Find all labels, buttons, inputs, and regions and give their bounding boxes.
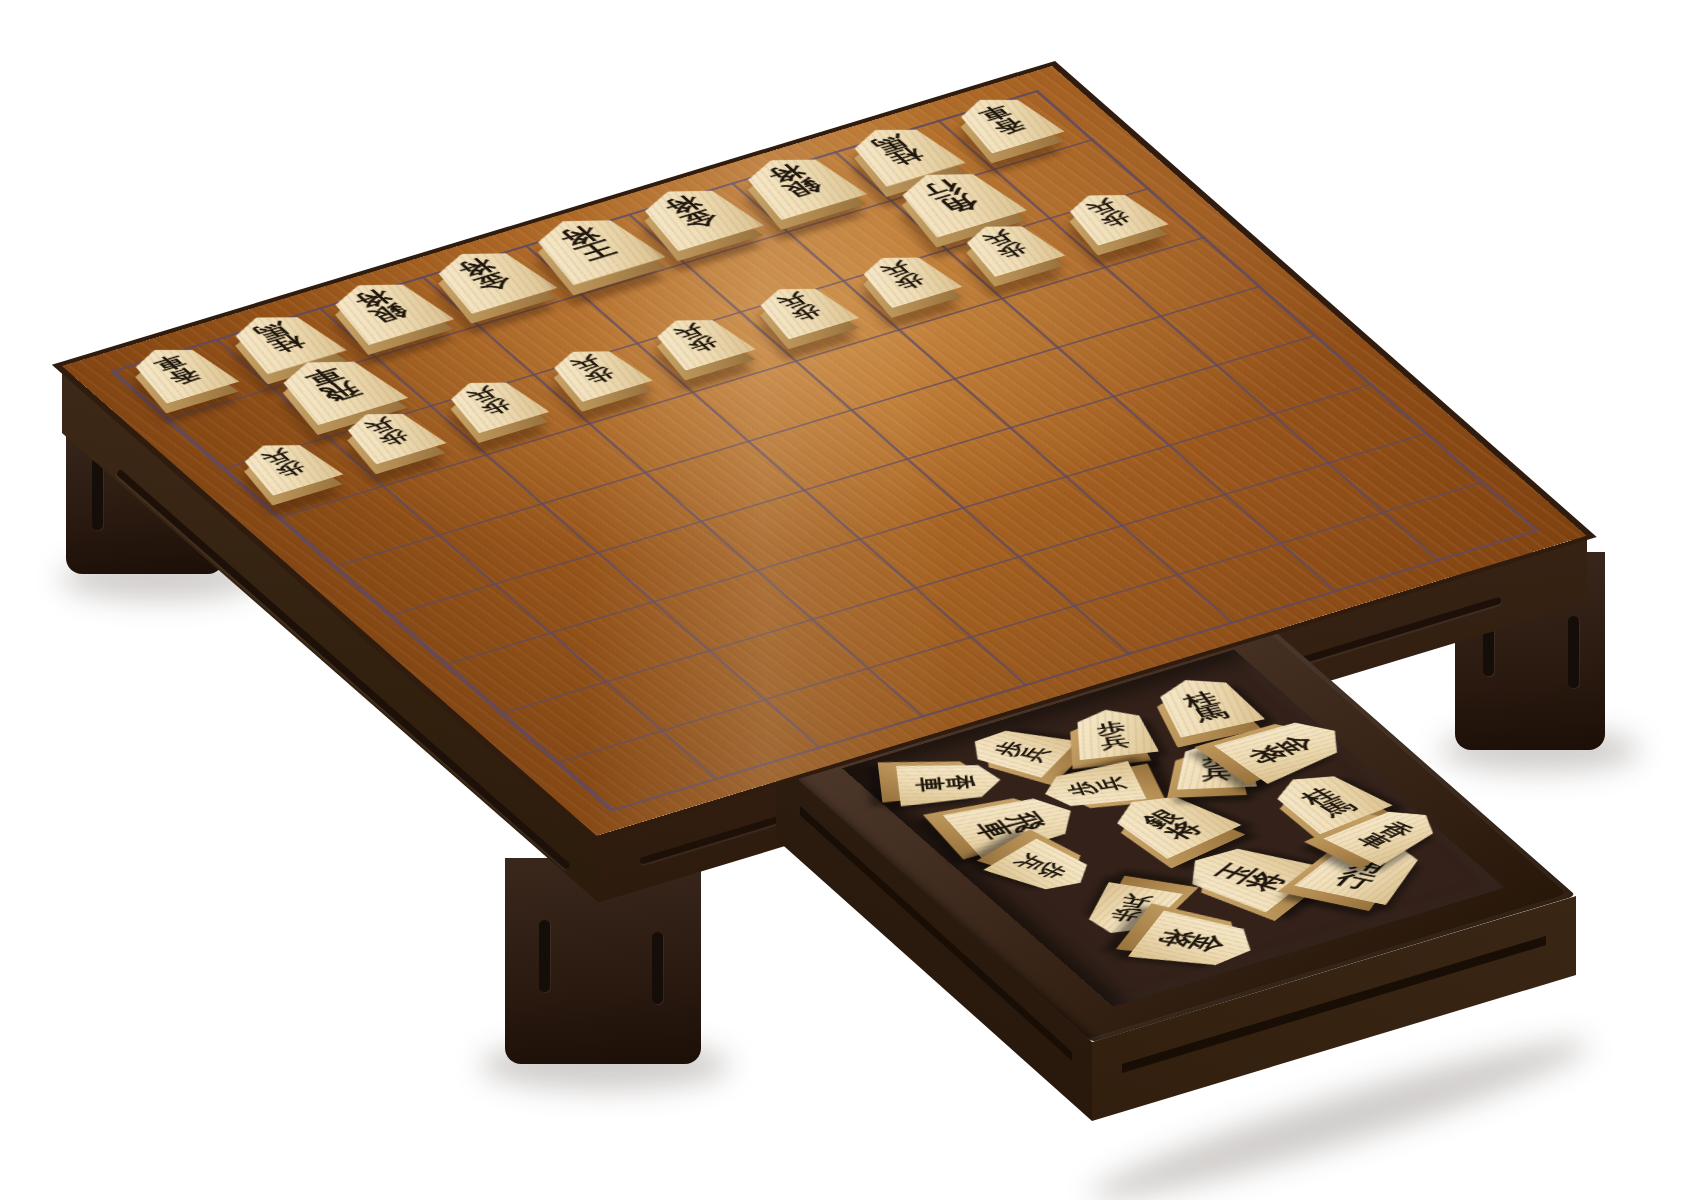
shogi-piece-board[interactable]: 歩兵 bbox=[641, 310, 757, 371]
leg-slot-groove bbox=[652, 932, 663, 1004]
shogi-piece-board[interactable]: 香車 bbox=[943, 89, 1064, 154]
shogi-piece-board[interactable]: 歩兵 bbox=[228, 435, 344, 496]
shogi-piece-board[interactable]: 銀将 bbox=[316, 272, 455, 345]
shogi-piece-board[interactable]: 歩兵 bbox=[1053, 185, 1169, 246]
shogi-piece-board[interactable]: 歩兵 bbox=[744, 278, 860, 339]
piece-face: 香車 bbox=[896, 759, 1003, 806]
shogi-piece-board[interactable]: 歩兵 bbox=[847, 247, 963, 308]
shogi-piece-board[interactable]: 歩兵 bbox=[537, 341, 653, 402]
leg-slot-groove bbox=[1568, 616, 1579, 688]
product-photo-shogi-set: 香車歩兵歩兵桂馬飛車歩兵歩兵銀将歩兵金将桂馬玉将歩兵金将角行香車 香車桂馬銀将金… bbox=[0, 0, 1685, 1200]
piece-kanji-label: 香車 bbox=[890, 760, 997, 807]
leg-slot-groove bbox=[539, 920, 550, 992]
leg-slot-groove bbox=[92, 458, 103, 530]
shogi-piece-drawer[interactable]: 金将 bbox=[1128, 911, 1269, 974]
shogi-piece-drawer[interactable]: 桂馬 bbox=[1143, 671, 1265, 738]
shogi-piece-board[interactable]: 歩兵 bbox=[434, 372, 550, 433]
shogi-piece-drawer[interactable]: 歩兵 bbox=[1066, 706, 1159, 761]
piece-face: 歩兵 bbox=[1066, 706, 1159, 761]
shogi-piece-drawer[interactable]: 香車 bbox=[896, 759, 1003, 806]
shogi-piece-drawer[interactable]: 歩兵 bbox=[983, 838, 1107, 898]
shogi-piece-board[interactable]: 香車 bbox=[118, 339, 239, 404]
shogi-piece-board[interactable]: 銀将 bbox=[728, 147, 867, 220]
